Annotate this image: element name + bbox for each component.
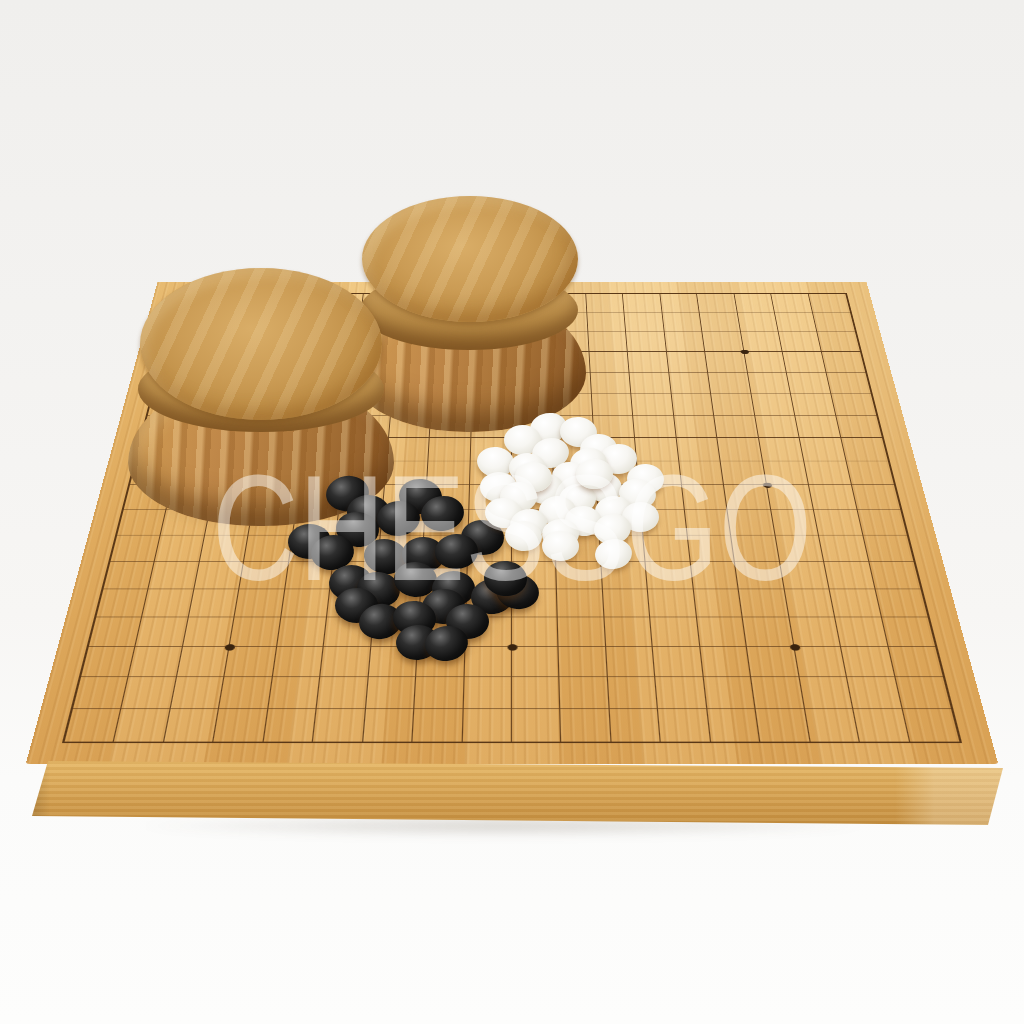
black-stone — [434, 533, 478, 569]
product-photo: CHESSGO — [0, 0, 1024, 1024]
white-stone — [541, 530, 579, 561]
stone-piles — [0, 0, 1024, 1024]
white-stone — [593, 537, 634, 572]
